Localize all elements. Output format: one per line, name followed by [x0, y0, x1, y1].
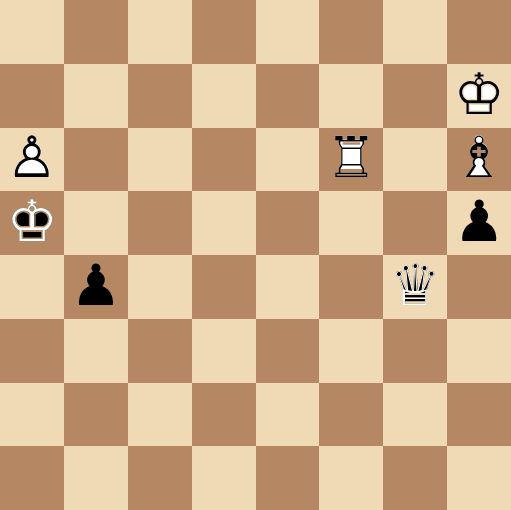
square-f6[interactable]: ♜♖ [319, 128, 383, 192]
white-bishop-icon-body: ♝ [454, 130, 505, 187]
black-king-icon-detail: ♔ [6, 193, 57, 250]
square-d2[interactable] [192, 383, 256, 447]
square-d1[interactable] [192, 446, 256, 510]
square-g5[interactable] [383, 191, 447, 255]
square-e7[interactable] [256, 64, 320, 128]
square-f8[interactable] [319, 0, 383, 64]
square-a4[interactable] [0, 255, 64, 319]
white-rook-icon: ♜♖ [319, 128, 383, 192]
square-f3[interactable] [319, 319, 383, 383]
square-f1[interactable] [319, 446, 383, 510]
square-a7[interactable] [0, 64, 64, 128]
square-g1[interactable] [383, 446, 447, 510]
square-c1[interactable] [128, 446, 192, 510]
square-h5[interactable]: ♟ [447, 191, 511, 255]
square-b2[interactable] [64, 383, 128, 447]
square-b3[interactable] [64, 319, 128, 383]
white-pawn-icon: ♟♙ [0, 128, 64, 192]
square-b6[interactable] [64, 128, 128, 192]
square-a8[interactable] [0, 0, 64, 64]
square-c3[interactable] [128, 319, 192, 383]
square-a6[interactable]: ♟♙ [0, 128, 64, 192]
white-rook-icon-body: ♜ [326, 130, 377, 187]
square-h1[interactable] [447, 446, 511, 510]
square-e8[interactable] [256, 0, 320, 64]
square-g8[interactable] [383, 0, 447, 64]
black-queen-icon-body: ♛ [390, 257, 441, 314]
square-g7[interactable] [383, 64, 447, 128]
black-king-icon-body: ♚ [6, 193, 57, 250]
square-e3[interactable] [256, 319, 320, 383]
square-c6[interactable] [128, 128, 192, 192]
square-b1[interactable] [64, 446, 128, 510]
square-d4[interactable] [192, 255, 256, 319]
square-b4[interactable]: ♟ [64, 255, 128, 319]
square-h2[interactable] [447, 383, 511, 447]
square-d7[interactable] [192, 64, 256, 128]
square-d3[interactable] [192, 319, 256, 383]
chess-board: ♚♔♟♙♜♖♝♗♚♔♟♟♛♕ [0, 0, 511, 510]
white-pawn-icon-outline: ♙ [6, 130, 57, 187]
white-king-icon-body: ♚ [454, 66, 505, 123]
square-f5[interactable] [319, 191, 383, 255]
square-e4[interactable] [256, 255, 320, 319]
square-h4[interactable] [447, 255, 511, 319]
square-b5[interactable] [64, 191, 128, 255]
square-d6[interactable] [192, 128, 256, 192]
square-d8[interactable] [192, 0, 256, 64]
square-e2[interactable] [256, 383, 320, 447]
square-g4[interactable]: ♛♕ [383, 255, 447, 319]
square-a2[interactable] [0, 383, 64, 447]
square-e6[interactable] [256, 128, 320, 192]
square-c7[interactable] [128, 64, 192, 128]
square-h3[interactable] [447, 319, 511, 383]
black-pawn-icon-body: ♟ [454, 193, 505, 250]
black-pawn-icon-body: ♟ [70, 257, 121, 314]
black-king-icon: ♚♔ [0, 191, 64, 255]
square-c4[interactable] [128, 255, 192, 319]
square-h7[interactable]: ♚♔ [447, 64, 511, 128]
square-d5[interactable] [192, 191, 256, 255]
square-f2[interactable] [319, 383, 383, 447]
square-a5[interactable]: ♚♔ [0, 191, 64, 255]
square-h8[interactable] [447, 0, 511, 64]
square-f4[interactable] [319, 255, 383, 319]
square-c2[interactable] [128, 383, 192, 447]
square-b8[interactable] [64, 0, 128, 64]
square-g3[interactable] [383, 319, 447, 383]
square-b7[interactable] [64, 64, 128, 128]
square-f7[interactable] [319, 64, 383, 128]
white-rook-icon-outline: ♖ [326, 130, 377, 187]
square-e1[interactable] [256, 446, 320, 510]
square-g6[interactable] [383, 128, 447, 192]
white-king-icon-outline: ♔ [454, 66, 505, 123]
black-pawn-icon: ♟ [447, 191, 511, 255]
square-c5[interactable] [128, 191, 192, 255]
black-pawn-icon: ♟ [64, 255, 128, 319]
square-c8[interactable] [128, 0, 192, 64]
white-pawn-icon-body: ♟ [6, 130, 57, 187]
black-queen-icon: ♛♕ [383, 255, 447, 319]
square-h6[interactable]: ♝♗ [447, 128, 511, 192]
white-king-icon: ♚♔ [447, 64, 511, 128]
white-bishop-icon: ♝♗ [447, 128, 511, 192]
black-queen-icon-detail: ♕ [390, 257, 441, 314]
square-a3[interactable] [0, 319, 64, 383]
square-e5[interactable] [256, 191, 320, 255]
square-g2[interactable] [383, 383, 447, 447]
square-a1[interactable] [0, 446, 64, 510]
white-bishop-icon-outline: ♗ [454, 130, 505, 187]
